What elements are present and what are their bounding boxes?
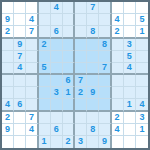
sudoku-cell-r12c2[interactable] bbox=[14, 136, 26, 148]
sudoku-cell-r5c6[interactable] bbox=[63, 51, 75, 63]
sudoku-cell-r1c6[interactable] bbox=[63, 2, 75, 14]
sudoku-cell-r10c12[interactable]: 3 bbox=[136, 112, 148, 124]
sudoku-cell-r5c7[interactable] bbox=[75, 51, 87, 63]
sudoku-cell-r5c5[interactable] bbox=[51, 51, 63, 63]
sudoku-cell-r11c1[interactable]: 9 bbox=[2, 124, 14, 136]
sudoku-cell-r2c4[interactable] bbox=[39, 14, 51, 26]
sudoku-cell-r10c7[interactable] bbox=[75, 112, 87, 124]
sudoku-cell-r9c5[interactable] bbox=[51, 99, 63, 111]
sudoku-cell-r5c9[interactable] bbox=[99, 51, 111, 63]
sudoku-cell-r1c8[interactable]: 7 bbox=[87, 2, 99, 14]
sudoku-cell-r7c12[interactable] bbox=[136, 75, 148, 87]
sudoku-cell-r9c11[interactable]: 1 bbox=[124, 99, 136, 111]
sudoku-cell-r2c9[interactable] bbox=[99, 14, 111, 26]
sudoku-cell-r4c8[interactable] bbox=[87, 39, 99, 51]
sudoku-cell-r11c3[interactable]: 4 bbox=[26, 124, 38, 136]
sudoku-cell-r8c5[interactable]: 3 bbox=[51, 87, 63, 99]
sudoku-cell-r3c3[interactable]: 7 bbox=[26, 26, 38, 38]
sudoku-cell-r12c7[interactable]: 3 bbox=[75, 136, 87, 148]
sudoku-cell-r5c2[interactable]: 7 bbox=[14, 51, 26, 63]
sudoku-cell-r6c4[interactable]: 5 bbox=[39, 63, 51, 75]
sudoku-cell-r11c2[interactable] bbox=[14, 124, 26, 136]
sudoku-cell-r8c12[interactable] bbox=[136, 87, 148, 99]
sudoku-cell-r5c12[interactable] bbox=[136, 51, 148, 63]
sudoku-cell-r4c11[interactable]: 3 bbox=[124, 39, 136, 51]
sudoku-cell-r6c8[interactable] bbox=[87, 63, 99, 75]
sudoku-cell-r1c7[interactable] bbox=[75, 2, 87, 14]
sudoku-cell-r2c8[interactable] bbox=[87, 14, 99, 26]
sudoku-cell-r8c2[interactable] bbox=[14, 87, 26, 99]
sudoku-cell-r10c9[interactable] bbox=[99, 112, 111, 124]
sudoku-cell-r4c1[interactable] bbox=[2, 39, 14, 51]
sudoku-cell-r9c9[interactable] bbox=[99, 99, 111, 111]
sudoku-cell-r3c1[interactable]: 2 bbox=[2, 26, 14, 38]
sudoku-cell-r1c2[interactable] bbox=[14, 2, 26, 14]
sudoku-cell-r1c4[interactable] bbox=[39, 2, 51, 14]
sudoku-app-thumbnail: 4794452768219283754574673129461427239468… bbox=[0, 0, 150, 150]
sudoku-cell-r10c5[interactable] bbox=[51, 112, 63, 124]
sudoku-cell-r12c10[interactable] bbox=[112, 136, 124, 148]
sudoku-cell-r8c8[interactable]: 9 bbox=[87, 87, 99, 99]
sudoku-cell-r4c5[interactable] bbox=[51, 39, 63, 51]
sudoku-cell-r2c11[interactable] bbox=[124, 14, 136, 26]
sudoku-cell-r7c8[interactable] bbox=[87, 75, 99, 87]
sudoku-cell-r8c7[interactable]: 2 bbox=[75, 87, 87, 99]
sudoku-cell-r10c4[interactable] bbox=[39, 112, 51, 124]
sudoku-cell-r2c3[interactable]: 4 bbox=[26, 14, 38, 26]
sudoku-cell-r4c10[interactable] bbox=[112, 39, 124, 51]
sudoku-cell-r9c12[interactable]: 4 bbox=[136, 99, 148, 111]
sudoku-cell-r4c9[interactable]: 8 bbox=[99, 39, 111, 51]
sudoku-cell-r6c12[interactable] bbox=[136, 63, 148, 75]
sudoku-cell-r3c5[interactable]: 6 bbox=[51, 26, 63, 38]
sudoku-cell-r4c2[interactable]: 9 bbox=[14, 39, 26, 51]
sudoku-cell-r2c10[interactable]: 4 bbox=[112, 14, 124, 26]
sudoku-cell-r4c6[interactable] bbox=[63, 39, 75, 51]
sudoku-cell-r7c11[interactable] bbox=[124, 75, 136, 87]
sudoku-cell-r10c11[interactable] bbox=[124, 112, 136, 124]
sudoku-cell-r5c4[interactable] bbox=[39, 51, 51, 63]
sudoku-cell-r8c4[interactable] bbox=[39, 87, 51, 99]
sudoku-cell-r6c3[interactable] bbox=[26, 63, 38, 75]
sudoku-cell-r12c9[interactable]: 9 bbox=[99, 136, 111, 148]
sudoku-cell-r2c6[interactable] bbox=[63, 14, 75, 26]
sudoku-cell-r11c11[interactable] bbox=[124, 124, 136, 136]
sudoku-cell-r11c5[interactable]: 6 bbox=[51, 124, 63, 136]
sudoku-cell-r1c3[interactable] bbox=[26, 2, 38, 14]
sudoku-cell-r5c10[interactable] bbox=[112, 51, 124, 63]
sudoku-cell-r11c10[interactable]: 4 bbox=[112, 124, 124, 136]
sudoku-cell-r3c10[interactable]: 2 bbox=[112, 26, 124, 38]
sudoku-cell-r10c2[interactable] bbox=[14, 112, 26, 124]
sudoku-cell-r5c8[interactable] bbox=[87, 51, 99, 63]
sudoku-cell-r10c10[interactable]: 2 bbox=[112, 112, 124, 124]
sudoku-board: 4794452768219283754574673129461427239468… bbox=[0, 0, 150, 150]
sudoku-cell-r1c5[interactable]: 4 bbox=[51, 2, 63, 14]
sudoku-cell-r4c12[interactable] bbox=[136, 39, 148, 51]
sudoku-cell-r9c4[interactable] bbox=[39, 99, 51, 111]
sudoku-cell-r6c6[interactable] bbox=[63, 63, 75, 75]
sudoku-cell-r2c7[interactable] bbox=[75, 14, 87, 26]
sudoku-cell-r1c1[interactable] bbox=[2, 2, 14, 14]
sudoku-cell-r1c10[interactable] bbox=[112, 2, 124, 14]
sudoku-cell-r5c1[interactable] bbox=[2, 51, 14, 63]
sudoku-cell-r6c10[interactable] bbox=[112, 63, 124, 75]
sudoku-cell-r7c2[interactable] bbox=[14, 75, 26, 87]
sudoku-cell-r3c2[interactable] bbox=[14, 26, 26, 38]
sudoku-cell-r10c3[interactable]: 7 bbox=[26, 112, 38, 124]
sudoku-cell-r9c1[interactable]: 4 bbox=[2, 99, 14, 111]
sudoku-cell-r11c9[interactable] bbox=[99, 124, 111, 136]
sudoku-cell-r8c3[interactable] bbox=[26, 87, 38, 99]
sudoku-cell-r9c6[interactable] bbox=[63, 99, 75, 111]
sudoku-cell-r8c10[interactable] bbox=[112, 87, 124, 99]
sudoku-cell-r3c6[interactable] bbox=[63, 26, 75, 38]
sudoku-cell-r4c4[interactable]: 2 bbox=[39, 39, 51, 51]
sudoku-cell-r6c2[interactable]: 4 bbox=[14, 63, 26, 75]
sudoku-cell-r3c9[interactable] bbox=[99, 26, 111, 38]
sudoku-cell-r1c12[interactable] bbox=[136, 2, 148, 14]
sudoku-cell-r11c6[interactable] bbox=[63, 124, 75, 136]
sudoku-cell-r2c12[interactable]: 5 bbox=[136, 14, 148, 26]
sudoku-cell-r6c5[interactable] bbox=[51, 63, 63, 75]
sudoku-cell-r7c6[interactable]: 6 bbox=[63, 75, 75, 87]
sudoku-cell-r12c11[interactable] bbox=[124, 136, 136, 148]
sudoku-cell-r9c7[interactable] bbox=[75, 99, 87, 111]
sudoku-cell-r8c9[interactable] bbox=[99, 87, 111, 99]
sudoku-cell-r12c5[interactable] bbox=[51, 136, 63, 148]
sudoku-cell-r11c12[interactable]: 1 bbox=[136, 124, 148, 136]
sudoku-cell-r1c11[interactable] bbox=[124, 2, 136, 14]
sudoku-cell-r7c1[interactable] bbox=[2, 75, 14, 87]
sudoku-cell-r3c8[interactable]: 8 bbox=[87, 26, 99, 38]
sudoku-cell-r3c7[interactable] bbox=[75, 26, 87, 38]
sudoku-cell-r9c8[interactable] bbox=[87, 99, 99, 111]
sudoku-cell-r1c9[interactable] bbox=[99, 2, 111, 14]
sudoku-cell-r8c11[interactable] bbox=[124, 87, 136, 99]
sudoku-cell-r12c8[interactable] bbox=[87, 136, 99, 148]
sudoku-cell-r8c6[interactable]: 1 bbox=[63, 87, 75, 99]
sudoku-cell-r12c1[interactable] bbox=[2, 136, 14, 148]
sudoku-cell-r3c11[interactable] bbox=[124, 26, 136, 38]
sudoku-cell-r6c9[interactable]: 7 bbox=[99, 63, 111, 75]
sudoku-cell-r2c5[interactable] bbox=[51, 14, 63, 26]
sudoku-cell-r11c8[interactable]: 8 bbox=[87, 124, 99, 136]
sudoku-cell-r7c5[interactable] bbox=[51, 75, 63, 87]
sudoku-cell-r7c3[interactable] bbox=[26, 75, 38, 87]
sudoku-cell-r4c3[interactable] bbox=[26, 39, 38, 51]
sudoku-cell-r12c3[interactable] bbox=[26, 136, 38, 148]
sudoku-cell-r3c4[interactable] bbox=[39, 26, 51, 38]
sudoku-cell-r6c7[interactable] bbox=[75, 63, 87, 75]
sudoku-cell-r11c4[interactable] bbox=[39, 124, 51, 136]
sudoku-cell-r7c10[interactable] bbox=[112, 75, 124, 87]
sudoku-cell-r7c7[interactable]: 7 bbox=[75, 75, 87, 87]
sudoku-cell-r9c2[interactable]: 6 bbox=[14, 99, 26, 111]
sudoku-cell-r3c12[interactable]: 1 bbox=[136, 26, 148, 38]
sudoku-cell-r12c12[interactable] bbox=[136, 136, 148, 148]
sudoku-cell-r5c11[interactable]: 5 bbox=[124, 51, 136, 63]
sudoku-cell-r12c6[interactable]: 2 bbox=[63, 136, 75, 148]
sudoku-cell-r10c1[interactable]: 2 bbox=[2, 112, 14, 124]
sudoku-cell-r12c4[interactable]: 1 bbox=[39, 136, 51, 148]
sudoku-cell-r5c3[interactable] bbox=[26, 51, 38, 63]
sudoku-cell-r10c6[interactable] bbox=[63, 112, 75, 124]
sudoku-cell-r8c1[interactable] bbox=[2, 87, 14, 99]
sudoku-cell-r6c11[interactable]: 4 bbox=[124, 63, 136, 75]
sudoku-cell-r9c10[interactable] bbox=[112, 99, 124, 111]
sudoku-cell-r2c2[interactable] bbox=[14, 14, 26, 26]
sudoku-cell-r7c4[interactable] bbox=[39, 75, 51, 87]
sudoku-cell-r10c8[interactable] bbox=[87, 112, 99, 124]
sudoku-cell-r6c1[interactable] bbox=[2, 63, 14, 75]
sudoku-cell-r9c3[interactable] bbox=[26, 99, 38, 111]
sudoku-cell-r4c7[interactable] bbox=[75, 39, 87, 51]
sudoku-cell-r11c7[interactable] bbox=[75, 124, 87, 136]
sudoku-cell-r7c9[interactable] bbox=[99, 75, 111, 87]
sudoku-cell-r2c1[interactable]: 9 bbox=[2, 14, 14, 26]
